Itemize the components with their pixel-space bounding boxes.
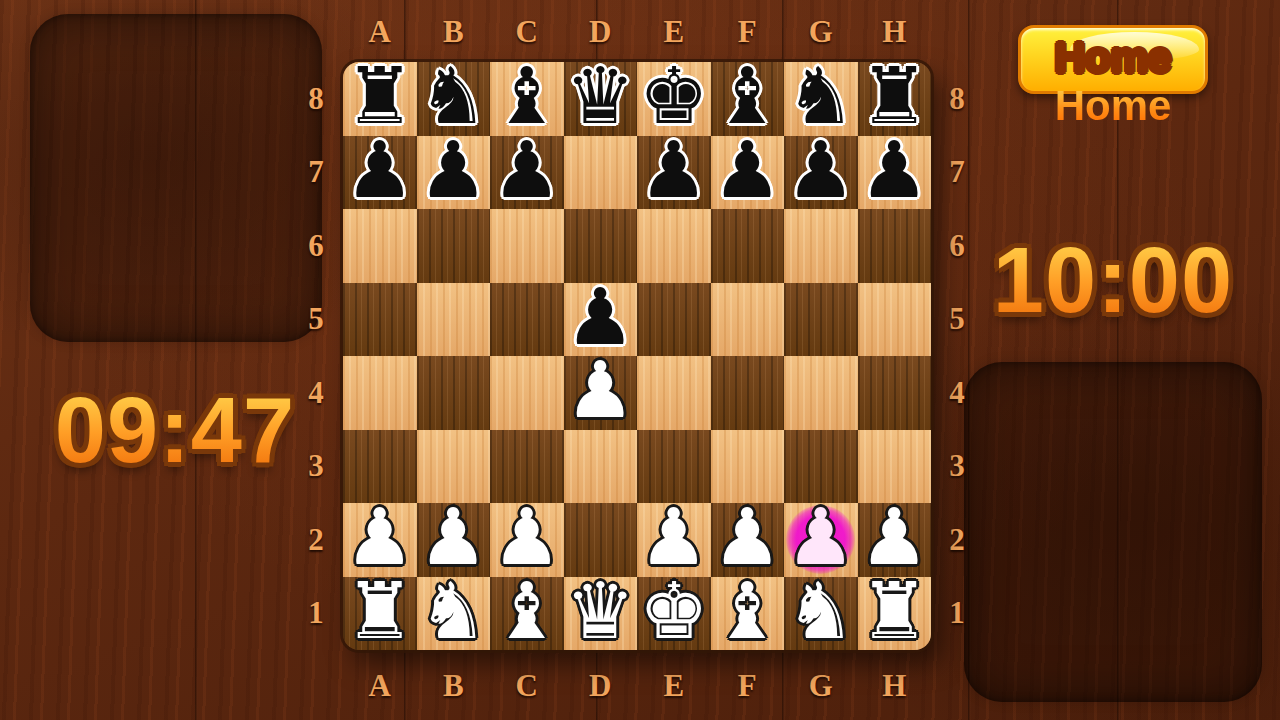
rank-label-6: 6 <box>293 209 339 283</box>
square-f6[interactable] <box>711 209 785 283</box>
piece-black-pawn[interactable]: ♟ <box>345 134 415 207</box>
piece-black-pawn[interactable]: ♟ <box>565 281 635 354</box>
square-g6[interactable] <box>784 209 858 283</box>
piece-black-queen[interactable]: ♛ <box>565 62 635 133</box>
square-b7[interactable]: ♟ <box>417 136 491 210</box>
rank-label-7: 7 <box>934 136 980 210</box>
piece-white-pawn[interactable]: ♟ <box>345 501 415 574</box>
square-f5[interactable] <box>711 283 785 357</box>
square-h4[interactable] <box>858 356 932 430</box>
square-g4[interactable] <box>784 356 858 430</box>
file-label-f: F <box>711 658 785 714</box>
rank-label-2: 2 <box>293 503 339 577</box>
rank-label-8: 8 <box>293 62 339 136</box>
file-label-b: B <box>417 6 491 58</box>
rank-label-5: 5 <box>293 283 339 357</box>
square-c4[interactable] <box>490 356 564 430</box>
file-label-d: D <box>564 6 638 58</box>
rank-label-7: 7 <box>293 136 339 210</box>
file-label-f: F <box>711 6 785 58</box>
rank-labels-right: 87654321 <box>934 62 980 650</box>
piece-white-bishop[interactable]: ♝ <box>712 575 782 648</box>
file-label-g: G <box>784 658 858 714</box>
square-h5[interactable] <box>858 283 932 357</box>
captured-pieces-tray-black <box>30 14 322 342</box>
square-b5[interactable] <box>417 283 491 357</box>
file-label-a: A <box>343 658 417 714</box>
square-f1[interactable]: ♝ <box>711 577 785 651</box>
file-label-a: A <box>343 6 417 58</box>
square-f4[interactable] <box>711 356 785 430</box>
home-button[interactable]: Home Home <box>1018 25 1208 94</box>
square-c5[interactable] <box>490 283 564 357</box>
square-h1[interactable]: ♜ <box>858 577 932 651</box>
piece-white-pawn[interactable]: ♟ <box>786 501 856 574</box>
rank-label-8: 8 <box>934 62 980 136</box>
piece-white-rook[interactable]: ♜ <box>345 575 415 648</box>
rank-label-2: 2 <box>934 503 980 577</box>
square-e4[interactable] <box>637 356 711 430</box>
piece-black-pawn[interactable]: ♟ <box>418 134 488 207</box>
piece-white-pawn[interactable]: ♟ <box>492 501 562 574</box>
rank-label-3: 3 <box>934 430 980 504</box>
piece-white-king[interactable]: ♚ <box>639 575 709 648</box>
square-b1[interactable]: ♞ <box>417 577 491 651</box>
file-label-b: B <box>417 658 491 714</box>
square-d4[interactable]: ♟ <box>564 356 638 430</box>
piece-white-pawn[interactable]: ♟ <box>418 501 488 574</box>
square-d7[interactable] <box>564 136 638 210</box>
square-c1[interactable]: ♝ <box>490 577 564 651</box>
square-a1[interactable]: ♜ <box>343 577 417 651</box>
square-a5[interactable] <box>343 283 417 357</box>
piece-white-pawn[interactable]: ♟ <box>712 501 782 574</box>
piece-white-pawn[interactable]: ♟ <box>639 501 709 574</box>
square-b6[interactable] <box>417 209 491 283</box>
black-timer: 10:00 10:00 <box>968 228 1258 328</box>
file-label-e: E <box>637 6 711 58</box>
square-a7[interactable]: ♟ <box>343 136 417 210</box>
rank-label-4: 4 <box>934 356 980 430</box>
square-h7[interactable]: ♟ <box>858 136 932 210</box>
piece-white-knight[interactable]: ♞ <box>786 575 856 648</box>
piece-black-pawn[interactable]: ♟ <box>786 134 856 207</box>
square-h6[interactable] <box>858 209 932 283</box>
rank-labels-left: 87654321 <box>293 62 339 650</box>
piece-black-bishop[interactable]: ♝ <box>712 62 782 133</box>
file-label-e: E <box>637 658 711 714</box>
white-timer: 09:47 09:47 <box>30 378 320 478</box>
piece-white-bishop[interactable]: ♝ <box>492 575 562 648</box>
square-e6[interactable] <box>637 209 711 283</box>
square-e7[interactable]: ♟ <box>637 136 711 210</box>
home-button-label: Home <box>1021 34 1205 82</box>
rank-label-1: 1 <box>293 577 339 651</box>
file-label-d: D <box>564 658 638 714</box>
square-c7[interactable]: ♟ <box>490 136 564 210</box>
square-d1[interactable]: ♛ <box>564 577 638 651</box>
square-g1[interactable]: ♞ <box>784 577 858 651</box>
square-a6[interactable] <box>343 209 417 283</box>
game-screen: ABCDEFGH ABCDEFGH 87654321 87654321 ♜♞♝♛… <box>0 0 1280 720</box>
piece-white-queen[interactable]: ♛ <box>565 575 635 648</box>
piece-black-knight[interactable]: ♞ <box>786 62 856 133</box>
square-a4[interactable] <box>343 356 417 430</box>
square-e5[interactable] <box>637 283 711 357</box>
piece-white-rook[interactable]: ♜ <box>859 575 929 648</box>
piece-black-pawn[interactable]: ♟ <box>712 134 782 207</box>
file-label-h: H <box>858 658 932 714</box>
piece-black-pawn[interactable]: ♟ <box>859 134 929 207</box>
rank-label-1: 1 <box>934 577 980 651</box>
file-label-h: H <box>858 6 932 58</box>
piece-black-king[interactable]: ♚ <box>639 62 709 133</box>
file-labels-top: ABCDEFGH <box>343 6 931 58</box>
square-d3[interactable] <box>564 430 638 504</box>
piece-black-rook[interactable]: ♜ <box>859 62 929 133</box>
captured-pieces-tray-white <box>964 362 1262 702</box>
square-c6[interactable] <box>490 209 564 283</box>
piece-black-pawn[interactable]: ♟ <box>492 134 562 207</box>
square-f7[interactable]: ♟ <box>711 136 785 210</box>
board-frame: ♜♞♝♛♚♝♞♜♟♟♟♟♟♟♟♟♟♟♟♟♟♟♟♟♜♞♝♛♚♝♞♜ <box>343 62 931 650</box>
chess-board[interactable]: ♜♞♝♛♚♝♞♜♟♟♟♟♟♟♟♟♟♟♟♟♟♟♟♟♜♞♝♛♚♝♞♜ <box>343 62 931 650</box>
square-g5[interactable] <box>784 283 858 357</box>
piece-black-knight[interactable]: ♞ <box>418 62 488 133</box>
piece-white-pawn[interactable]: ♟ <box>565 354 635 427</box>
file-label-c: C <box>490 658 564 714</box>
square-b4[interactable] <box>417 356 491 430</box>
square-e1[interactable]: ♚ <box>637 577 711 651</box>
square-d8[interactable]: ♛ <box>564 62 638 136</box>
file-labels-bottom: ABCDEFGH <box>343 658 931 714</box>
piece-white-knight[interactable]: ♞ <box>418 575 488 648</box>
piece-black-pawn[interactable]: ♟ <box>639 134 709 207</box>
piece-black-bishop[interactable]: ♝ <box>492 62 562 133</box>
file-label-c: C <box>490 6 564 58</box>
piece-white-pawn[interactable]: ♟ <box>859 501 929 574</box>
piece-black-rook[interactable]: ♜ <box>345 62 415 133</box>
square-g7[interactable]: ♟ <box>784 136 858 210</box>
file-label-g: G <box>784 6 858 58</box>
